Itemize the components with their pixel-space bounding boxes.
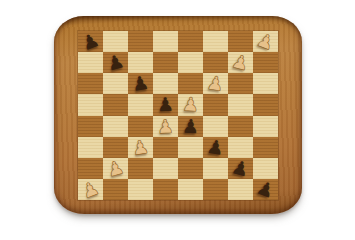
square-a1[interactable]: ♟ [78, 179, 103, 200]
square-h5[interactable] [253, 94, 278, 115]
square-f4[interactable] [203, 116, 228, 137]
black-pawn[interactable]: ♟ [250, 175, 281, 204]
square-g7[interactable]: ♟ [228, 52, 253, 73]
square-c2[interactable] [128, 158, 153, 179]
square-e1[interactable] [178, 179, 203, 200]
chess-board: ♟♟♟♟♟♟♟♟♟♟♟♟♟♟♟♟ [54, 16, 302, 214]
square-d4[interactable]: ♟ [153, 116, 178, 137]
square-d5[interactable]: ♟ [153, 94, 178, 115]
black-pawn[interactable]: ♟ [202, 135, 230, 160]
square-d3[interactable] [153, 137, 178, 158]
square-h4[interactable] [253, 116, 278, 137]
square-c8[interactable] [128, 31, 153, 52]
square-g2[interactable]: ♟ [228, 158, 253, 179]
square-b7[interactable]: ♟ [103, 52, 128, 73]
square-g1[interactable] [228, 179, 253, 200]
square-c5[interactable] [128, 94, 153, 115]
square-e6[interactable] [178, 73, 203, 94]
square-f6[interactable]: ♟ [203, 73, 228, 94]
square-e7[interactable] [178, 52, 203, 73]
square-h8[interactable]: ♟ [253, 31, 278, 52]
square-b5[interactable] [103, 94, 128, 115]
square-d7[interactable] [153, 52, 178, 73]
square-b4[interactable] [103, 116, 128, 137]
square-c4[interactable] [128, 116, 153, 137]
square-f7[interactable] [203, 52, 228, 73]
square-b1[interactable] [103, 179, 128, 200]
square-a4[interactable] [78, 116, 103, 137]
square-e3[interactable] [178, 137, 203, 158]
square-c1[interactable] [128, 179, 153, 200]
square-a6[interactable] [78, 73, 103, 94]
square-h3[interactable] [253, 137, 278, 158]
square-e8[interactable] [178, 31, 203, 52]
white-pawn[interactable]: ♟ [101, 155, 131, 182]
square-f1[interactable] [203, 179, 228, 200]
white-pawn[interactable]: ♟ [226, 49, 256, 76]
square-b6[interactable] [103, 73, 128, 94]
square-a2[interactable] [78, 158, 103, 179]
square-g5[interactable] [228, 94, 253, 115]
white-pawn[interactable]: ♟ [177, 94, 203, 116]
square-c3[interactable]: ♟ [128, 137, 153, 158]
square-h7[interactable] [253, 52, 278, 73]
square-e5[interactable]: ♟ [178, 94, 203, 115]
photo-background: ♟♟♟♟♟♟♟♟♟♟♟♟♟♟♟♟ [0, 0, 355, 240]
square-g4[interactable] [228, 116, 253, 137]
white-pawn[interactable]: ♟ [202, 71, 230, 96]
board-grid: ♟♟♟♟♟♟♟♟♟♟♟♟♟♟♟♟ [78, 31, 278, 200]
white-pawn[interactable]: ♟ [127, 135, 155, 160]
black-pawn[interactable]: ♟ [177, 115, 203, 137]
white-pawn[interactable]: ♟ [152, 115, 178, 137]
square-d6[interactable] [153, 73, 178, 94]
square-h1[interactable]: ♟ [253, 179, 278, 200]
black-pawn[interactable]: ♟ [226, 155, 256, 182]
square-c6[interactable]: ♟ [128, 73, 153, 94]
square-d1[interactable] [153, 179, 178, 200]
square-a8[interactable]: ♟ [78, 31, 103, 52]
square-f5[interactable] [203, 94, 228, 115]
black-pawn[interactable]: ♟ [101, 49, 131, 76]
white-pawn[interactable]: ♟ [75, 175, 106, 204]
square-f8[interactable] [203, 31, 228, 52]
square-f2[interactable] [203, 158, 228, 179]
square-c7[interactable] [128, 52, 153, 73]
square-g6[interactable] [228, 73, 253, 94]
square-e2[interactable] [178, 158, 203, 179]
square-a5[interactable] [78, 94, 103, 115]
square-h6[interactable] [253, 73, 278, 94]
square-d8[interactable] [153, 31, 178, 52]
square-e4[interactable]: ♟ [178, 116, 203, 137]
black-pawn[interactable]: ♟ [152, 94, 178, 116]
square-a3[interactable] [78, 137, 103, 158]
square-a7[interactable] [78, 52, 103, 73]
square-f3[interactable]: ♟ [203, 137, 228, 158]
square-b2[interactable]: ♟ [103, 158, 128, 179]
square-d2[interactable] [153, 158, 178, 179]
black-pawn[interactable]: ♟ [127, 71, 155, 96]
